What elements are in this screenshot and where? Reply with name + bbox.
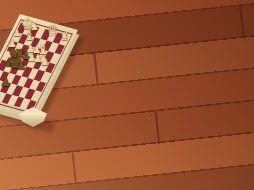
piece-black-pawn: ♟ (16, 60, 26, 71)
photo-scene: ♚♞♛♜♟♝♟♟♟♝♞♜♟♟♟♞♟♚♟♟ (0, 0, 254, 190)
piece-white-bishop: ♝ (23, 29, 35, 42)
piece-black-pawn: ♟ (0, 77, 11, 89)
piece-black-king: ♚ (7, 53, 23, 71)
piece-black-rook: ♜ (14, 49, 25, 61)
piece-white-pawn: ♟ (27, 53, 37, 64)
pieces-layer: ♚♞♛♜♟♝♟♟♟♝♞♜♟♟♟♞♟♚♟♟ (0, 0, 254, 190)
piece-white-queen: ♛ (46, 24, 59, 38)
piece-white-pawn: ♟ (8, 37, 17, 48)
piece-white-king: ♚ (21, 16, 34, 31)
piece-white-pawn: ♟ (32, 44, 41, 55)
piece-black-knight: ♞ (8, 46, 20, 59)
piece-black-pawn: ♟ (4, 57, 14, 68)
piece-white-pawn: ♟ (33, 55, 43, 66)
piece-white-rook: ♜ (60, 30, 69, 41)
piece-white-knight: ♞ (38, 54, 50, 67)
piece-white-bishop: ♝ (37, 43, 49, 57)
piece-white-pawn: ♟ (13, 28, 22, 38)
piece-white-pawn: ♟ (26, 42, 35, 53)
piece-black-pawn: ♟ (21, 51, 31, 62)
piece-white-knight: ♞ (29, 21, 39, 33)
